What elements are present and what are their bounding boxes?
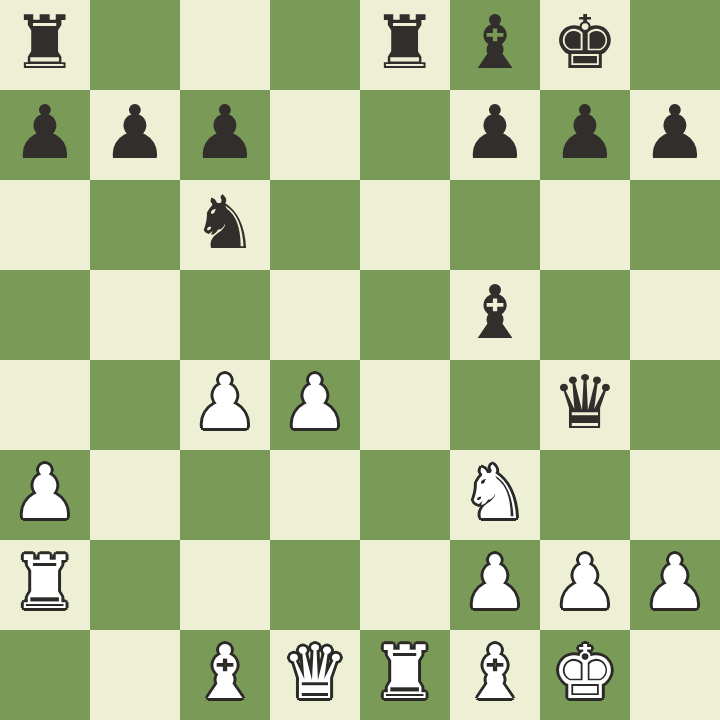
piece-black-king[interactable]: ♚ [552,0,618,87]
piece-white-rook[interactable]: ♜ [12,537,78,627]
square-b6[interactable] [90,180,180,270]
square-a6[interactable] [0,180,90,270]
square-f6[interactable] [450,180,540,270]
square-c4[interactable]: ♟ [180,360,270,450]
square-h1[interactable] [630,630,720,720]
piece-white-pawn[interactable]: ♟ [12,447,78,537]
square-e5[interactable] [360,270,450,360]
square-g5[interactable] [540,270,630,360]
square-a4[interactable] [0,360,90,450]
piece-white-pawn[interactable]: ♟ [552,537,618,627]
square-a1[interactable] [0,630,90,720]
square-b7[interactable]: ♟ [90,90,180,180]
square-b1[interactable] [90,630,180,720]
square-a3[interactable]: ♟ [0,450,90,540]
piece-black-pawn[interactable]: ♟ [642,87,708,177]
piece-black-knight[interactable]: ♞ [192,177,258,267]
square-c7[interactable]: ♟ [180,90,270,180]
square-d8[interactable] [270,0,360,90]
square-h5[interactable] [630,270,720,360]
piece-white-knight[interactable]: ♞ [462,447,528,537]
square-b4[interactable] [90,360,180,450]
square-c8[interactable] [180,0,270,90]
piece-black-pawn[interactable]: ♟ [102,87,168,177]
square-f4[interactable] [450,360,540,450]
square-e7[interactable] [360,90,450,180]
piece-black-pawn[interactable]: ♟ [552,87,618,177]
piece-black-pawn[interactable]: ♟ [462,87,528,177]
square-f1[interactable]: ♝ [450,630,540,720]
piece-black-bishop[interactable]: ♝ [462,267,528,357]
piece-white-queen[interactable]: ♛ [282,627,348,717]
square-d7[interactable] [270,90,360,180]
square-g3[interactable] [540,450,630,540]
square-d6[interactable] [270,180,360,270]
board-container: ♜♜♝♚♟♟♟♟♟♟♞♝♟♟♛♟♞♜♟♟♟♝♛♜♝♚ [0,0,720,720]
square-g6[interactable] [540,180,630,270]
square-e4[interactable] [360,360,450,450]
square-h8[interactable] [630,0,720,90]
square-c5[interactable] [180,270,270,360]
square-h3[interactable] [630,450,720,540]
square-e8[interactable]: ♜ [360,0,450,90]
square-d1[interactable]: ♛ [270,630,360,720]
square-f3[interactable]: ♞ [450,450,540,540]
square-e2[interactable] [360,540,450,630]
piece-white-king[interactable]: ♚ [552,627,618,717]
piece-white-pawn[interactable]: ♟ [642,537,708,627]
square-e6[interactable] [360,180,450,270]
chess-board: ♜♜♝♚♟♟♟♟♟♟♞♝♟♟♛♟♞♜♟♟♟♝♛♜♝♚ [0,0,720,720]
square-a2[interactable]: ♜ [0,540,90,630]
square-g1[interactable]: ♚ [540,630,630,720]
square-g4[interactable]: ♛ [540,360,630,450]
piece-white-bishop[interactable]: ♝ [462,627,528,717]
square-a7[interactable]: ♟ [0,90,90,180]
piece-black-rook[interactable]: ♜ [12,0,78,87]
piece-black-rook[interactable]: ♜ [372,0,438,87]
square-g8[interactable]: ♚ [540,0,630,90]
square-a5[interactable] [0,270,90,360]
piece-white-pawn[interactable]: ♟ [282,357,348,447]
square-f7[interactable]: ♟ [450,90,540,180]
square-c6[interactable]: ♞ [180,180,270,270]
square-c1[interactable]: ♝ [180,630,270,720]
square-h4[interactable] [630,360,720,450]
piece-black-pawn[interactable]: ♟ [12,87,78,177]
piece-white-pawn[interactable]: ♟ [462,537,528,627]
square-d4[interactable]: ♟ [270,360,360,450]
square-f8[interactable]: ♝ [450,0,540,90]
piece-black-bishop[interactable]: ♝ [462,0,528,87]
square-f2[interactable]: ♟ [450,540,540,630]
piece-white-bishop[interactable]: ♝ [192,627,258,717]
square-b5[interactable] [90,270,180,360]
square-h2[interactable]: ♟ [630,540,720,630]
square-d5[interactable] [270,270,360,360]
piece-white-rook[interactable]: ♜ [372,627,438,717]
square-c3[interactable] [180,450,270,540]
square-g2[interactable]: ♟ [540,540,630,630]
square-g7[interactable]: ♟ [540,90,630,180]
square-c2[interactable] [180,540,270,630]
square-f5[interactable]: ♝ [450,270,540,360]
square-h7[interactable]: ♟ [630,90,720,180]
square-a8[interactable]: ♜ [0,0,90,90]
square-d2[interactable] [270,540,360,630]
piece-black-queen[interactable]: ♛ [552,357,618,447]
square-h6[interactable] [630,180,720,270]
square-b8[interactable] [90,0,180,90]
square-b2[interactable] [90,540,180,630]
piece-black-pawn[interactable]: ♟ [192,87,258,177]
square-e3[interactable] [360,450,450,540]
square-d3[interactable] [270,450,360,540]
square-b3[interactable] [90,450,180,540]
piece-white-pawn[interactable]: ♟ [192,357,258,447]
square-e1[interactable]: ♜ [360,630,450,720]
